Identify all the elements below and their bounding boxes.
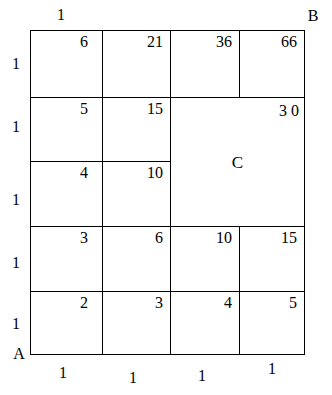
cell-r2c1: 5 — [31, 98, 103, 162]
cell-value: 5 — [289, 294, 297, 311]
cell-r2c2: 15 — [103, 98, 171, 162]
left-edge-label-1: 1 — [6, 56, 26, 72]
cell-value: 4 — [80, 164, 88, 181]
cell-value: 36 — [216, 33, 232, 50]
cell-r4c2: 6 — [103, 227, 171, 292]
left-edge-label-4: 1 — [6, 255, 26, 271]
lattice-grid: 6 21 36 66 5 15 3 0 C 4 10 3 6 10 15 2 3… — [30, 30, 305, 355]
cell-value: 21 — [147, 33, 163, 50]
left-edge-label-5: 1 — [6, 316, 26, 332]
cell-r5c3: 4 — [171, 292, 240, 354]
cell-r5c2: 3 — [103, 292, 171, 354]
corner-a-label: A — [9, 346, 29, 362]
top-edge-label: 1 — [51, 7, 71, 23]
cell-value: 15 — [281, 229, 297, 246]
cell-r1c3: 36 — [171, 31, 240, 98]
cell-value: 2 — [80, 294, 88, 311]
cell-value: 4 — [224, 294, 232, 311]
lattice-path-figure: 1 B A 1 1 1 1 1 1 1 1 1 6 21 36 66 5 15 … — [0, 0, 332, 395]
cell-r3c1: 4 — [31, 162, 103, 227]
cell-value: 3 — [155, 294, 163, 311]
cell-r1c2: 21 — [103, 31, 171, 98]
corner-b-label: B — [303, 8, 323, 24]
left-edge-label-3: 1 — [6, 192, 26, 208]
cell-r5c1: 2 — [31, 292, 103, 354]
cell-r4c3: 10 — [171, 227, 240, 292]
cell-value: 6 — [80, 33, 88, 50]
cell-value: 15 — [147, 100, 163, 117]
region-c-cell: 3 0 C — [171, 98, 304, 227]
cell-value: 3 — [80, 229, 88, 246]
cell-r3c2: 10 — [103, 162, 171, 227]
left-edge-label-2: 1 — [6, 119, 26, 135]
region-c-label: C — [171, 98, 304, 226]
bottom-edge-label-3: 1 — [192, 368, 212, 384]
cell-value: 5 — [80, 100, 88, 117]
bottom-edge-label-1: 1 — [53, 365, 73, 381]
bottom-edge-label-4: 1 — [262, 361, 282, 377]
cell-value: 10 — [216, 229, 232, 246]
cell-value: 66 — [281, 33, 297, 50]
cell-r5c4: 5 — [240, 292, 304, 354]
cell-r4c1: 3 — [31, 227, 103, 292]
bottom-edge-label-2: 1 — [123, 370, 143, 386]
cell-r1c1: 6 — [31, 31, 103, 98]
cell-r1c4: 66 — [240, 31, 304, 98]
cell-r4c4: 15 — [240, 227, 304, 292]
cell-value: 10 — [147, 164, 163, 181]
cell-value: 6 — [155, 229, 163, 246]
